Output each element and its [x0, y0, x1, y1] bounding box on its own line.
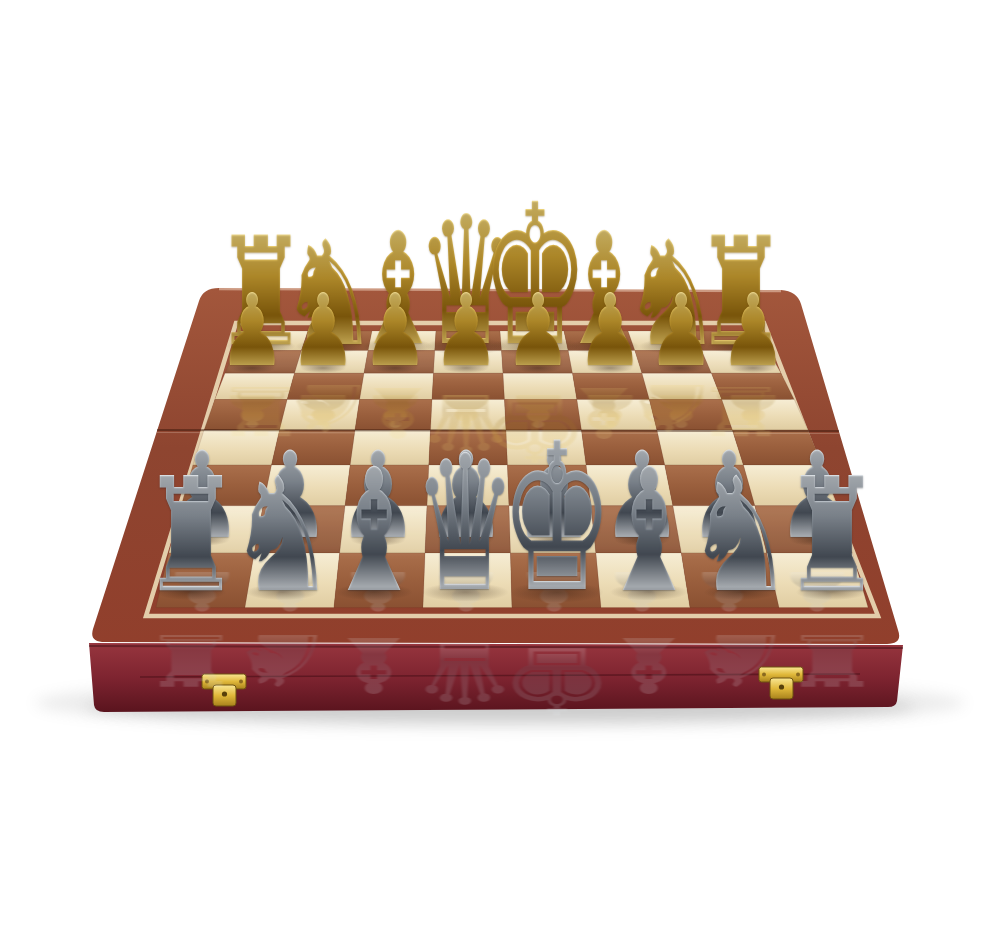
piece-reflection: ♝︎: [324, 627, 425, 704]
piece-silver-king-e1[interactable]: ♚︎: [500, 416, 614, 621]
piece-gold-pawn-c7[interactable]: ♟︎: [361, 281, 428, 381]
piece-reflection: ♜︎: [141, 624, 240, 695]
pieces-layer: ♜︎♜︎♞︎♞︎♝︎♝︎♛︎♛︎♚︎♚︎♝︎♝︎♞︎♞︎♜︎♜︎♟︎♟︎♟︎♟︎…: [0, 0, 1000, 932]
piece-reflection: ♜︎: [782, 624, 881, 695]
piece-reflection: ♞︎: [227, 624, 337, 695]
piece-silver-knight-b1[interactable]: ♞︎: [227, 456, 337, 614]
chess-set-photo: ♜︎♜︎♞︎♞︎♝︎♝︎♛︎♛︎♚︎♚︎♝︎♝︎♞︎♞︎♜︎♜︎♟︎♟︎♟︎♟︎…: [0, 0, 1000, 932]
piece-gold-pawn-f7[interactable]: ♟︎: [576, 281, 643, 381]
piece-silver-rook-a1[interactable]: ♜︎: [141, 456, 240, 614]
piece-gold-pawn-g7[interactable]: ♟︎: [647, 281, 714, 381]
piece-silver-bishop-c1[interactable]: ♝︎: [324, 446, 425, 616]
piece-reflection: ♞︎: [685, 624, 795, 695]
piece-gold-pawn-a7[interactable]: ♟︎: [218, 281, 285, 381]
piece-silver-rook-h1[interactable]: ♜︎: [782, 456, 881, 614]
piece-gold-pawn-e7[interactable]: ♟︎: [504, 281, 571, 381]
piece-silver-knight-g1[interactable]: ♞︎: [685, 456, 795, 614]
piece-gold-pawn-d7[interactable]: ♟︎: [433, 281, 500, 381]
piece-gold-pawn-b7[interactable]: ♟︎: [290, 281, 357, 381]
piece-gold-pawn-h7[interactable]: ♟︎: [719, 281, 786, 381]
piece-reflection: ♚︎: [500, 634, 614, 726]
